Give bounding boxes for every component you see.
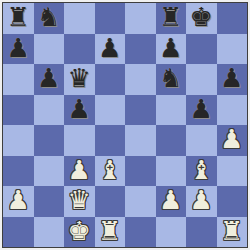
square-h5[interactable]: [217, 95, 248, 126]
piece-black-queen: ♛: [68, 65, 91, 91]
square-d5[interactable]: [95, 95, 126, 126]
square-f8[interactable]: ♜: [156, 3, 187, 34]
square-d2[interactable]: [95, 186, 126, 217]
square-g8[interactable]: ♚: [186, 3, 217, 34]
piece-black-king: ♚: [190, 4, 213, 30]
piece-black-pawn: ♟: [98, 35, 121, 61]
piece-white-bishop: ♝: [98, 157, 121, 183]
square-g1[interactable]: [186, 217, 217, 248]
square-c3[interactable]: ♟: [64, 156, 95, 187]
square-d4[interactable]: [95, 125, 126, 156]
piece-black-pawn: ♟: [190, 96, 213, 122]
square-d6[interactable]: [95, 64, 126, 95]
square-h2[interactable]: [217, 186, 248, 217]
square-a6[interactable]: [3, 64, 34, 95]
square-a4[interactable]: [3, 125, 34, 156]
square-f6[interactable]: ♞: [156, 64, 187, 95]
square-f2[interactable]: ♟: [156, 186, 187, 217]
square-d3[interactable]: ♝: [95, 156, 126, 187]
piece-white-rook: ♜: [98, 218, 121, 244]
piece-white-king: ♚: [68, 218, 91, 244]
square-h4[interactable]: ♟: [217, 125, 248, 156]
square-b8[interactable]: ♞: [34, 3, 65, 34]
square-f7[interactable]: ♟: [156, 34, 187, 65]
square-e4[interactable]: [125, 125, 156, 156]
piece-white-rook: ♜: [220, 218, 243, 244]
square-b3[interactable]: [34, 156, 65, 187]
square-a3[interactable]: [3, 156, 34, 187]
piece-black-pawn: ♟: [68, 96, 91, 122]
square-c1[interactable]: ♚: [64, 217, 95, 248]
square-c6[interactable]: ♛: [64, 64, 95, 95]
square-h7[interactable]: [217, 34, 248, 65]
square-g6[interactable]: [186, 64, 217, 95]
square-d8[interactable]: [95, 3, 126, 34]
piece-white-pawn: ♟: [7, 187, 30, 213]
piece-black-rook: ♜: [159, 4, 182, 30]
square-b7[interactable]: [34, 34, 65, 65]
square-b4[interactable]: [34, 125, 65, 156]
square-a8[interactable]: ♜: [3, 3, 34, 34]
piece-white-bishop: ♝: [190, 157, 213, 183]
square-c5[interactable]: ♟: [64, 95, 95, 126]
piece-white-pawn: ♟: [68, 157, 91, 183]
square-f1[interactable]: [156, 217, 187, 248]
piece-black-pawn: ♟: [220, 65, 243, 91]
square-a7[interactable]: ♟: [3, 34, 34, 65]
piece-black-pawn: ♟: [7, 35, 30, 61]
piece-black-pawn: ♟: [159, 35, 182, 61]
square-e7[interactable]: [125, 34, 156, 65]
square-c7[interactable]: [64, 34, 95, 65]
square-g3[interactable]: ♝: [186, 156, 217, 187]
piece-black-knight: ♞: [37, 4, 60, 30]
square-h3[interactable]: [217, 156, 248, 187]
square-g7[interactable]: [186, 34, 217, 65]
square-a5[interactable]: [3, 95, 34, 126]
square-c8[interactable]: [64, 3, 95, 34]
piece-white-pawn: ♟: [159, 187, 182, 213]
square-f5[interactable]: [156, 95, 187, 126]
square-h8[interactable]: [217, 3, 248, 34]
square-a2[interactable]: ♟: [3, 186, 34, 217]
square-g5[interactable]: ♟: [186, 95, 217, 126]
piece-white-pawn: ♟: [220, 126, 243, 152]
chess-board: ♜♞♜♚♟♟♟♟♛♞♟♟♟♟♟♝♝♟♛♟♟♚♜♜: [3, 3, 247, 247]
square-e6[interactable]: [125, 64, 156, 95]
square-e5[interactable]: [125, 95, 156, 126]
square-f4[interactable]: [156, 125, 187, 156]
square-h1[interactable]: ♜: [217, 217, 248, 248]
square-g4[interactable]: [186, 125, 217, 156]
square-e3[interactable]: [125, 156, 156, 187]
chess-board-frame: ♜♞♜♚♟♟♟♟♛♞♟♟♟♟♟♝♝♟♛♟♟♚♜♜: [0, 0, 250, 250]
square-b6[interactable]: ♟: [34, 64, 65, 95]
piece-black-rook: ♜: [7, 4, 30, 30]
square-b2[interactable]: [34, 186, 65, 217]
piece-white-pawn: ♟: [190, 187, 213, 213]
piece-black-knight: ♞: [159, 65, 182, 91]
square-b5[interactable]: [34, 95, 65, 126]
square-h6[interactable]: ♟: [217, 64, 248, 95]
square-c2[interactable]: ♛: [64, 186, 95, 217]
square-d1[interactable]: ♜: [95, 217, 126, 248]
square-g2[interactable]: ♟: [186, 186, 217, 217]
square-c4[interactable]: [64, 125, 95, 156]
piece-white-queen: ♛: [68, 187, 91, 213]
square-b1[interactable]: [34, 217, 65, 248]
square-d7[interactable]: ♟: [95, 34, 126, 65]
square-e8[interactable]: [125, 3, 156, 34]
square-e1[interactable]: [125, 217, 156, 248]
square-f3[interactable]: [156, 156, 187, 187]
square-e2[interactable]: [125, 186, 156, 217]
piece-black-pawn: ♟: [37, 65, 60, 91]
square-a1[interactable]: [3, 217, 34, 248]
